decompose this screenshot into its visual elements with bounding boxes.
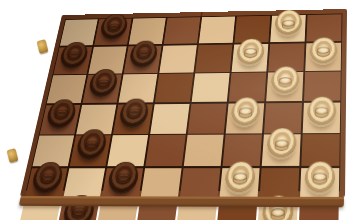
square-r2c6[interactable]: ⛀ <box>231 44 268 72</box>
square-r2c1[interactable]: ⛂ <box>54 46 93 73</box>
square-r4c6[interactable]: ⛀ <box>225 103 264 133</box>
square-r4c8[interactable]: ⛀ <box>302 102 340 133</box>
light-man-piece[interactable]: ⛀ <box>270 66 300 95</box>
square-r4c1[interactable]: ⛂ <box>40 104 81 134</box>
square-r1c4[interactable] <box>163 17 200 44</box>
square-r5c7[interactable]: ⛀ <box>261 134 300 166</box>
square-r2c3[interactable]: ⛂ <box>124 45 162 73</box>
square-r2c4[interactable] <box>159 45 197 73</box>
square-r4c3[interactable]: ⛂ <box>113 104 153 134</box>
square-r5c4[interactable] <box>145 135 186 166</box>
light-man-piece[interactable]: ⛀ <box>236 38 265 66</box>
light-man-piece[interactable]: ⛀ <box>224 161 256 194</box>
dark-man-piece[interactable]: ⛂ <box>99 14 129 40</box>
square-r1c5[interactable] <box>199 16 236 43</box>
square-r3c7[interactable]: ⛀ <box>266 72 304 101</box>
square-r1c7[interactable]: ⛀ <box>270 15 306 42</box>
checkers-board: ⛂⛀⛂⛂⛀⛀⛂⛀⛂⛂⛀⛀⛂⛀⛂⛂⛀⛀⛂⛀⛂⛂⛀⛀ <box>20 9 347 197</box>
square-r3c4[interactable] <box>155 73 194 102</box>
light-man-piece[interactable]: ⛀ <box>304 161 335 194</box>
light-man-piece[interactable]: ⛀ <box>274 10 302 37</box>
square-r2c8[interactable]: ⛀ <box>305 42 341 70</box>
light-man-piece[interactable]: ⛀ <box>309 37 337 65</box>
brass-hinge-upper-icon <box>37 39 49 54</box>
square-r5c5[interactable] <box>184 135 224 166</box>
square-r3c2[interactable]: ⛂ <box>82 74 122 103</box>
brass-hinge-lower-icon <box>7 148 19 163</box>
board-grid: ⛂⛀⛂⛂⛀⛀⛂⛀⛂⛂⛀⛀⛂⛀⛂⛂⛀⛀⛂⛀⛂⛂⛀⛀ <box>26 13 342 191</box>
square-r4c4[interactable] <box>150 103 190 133</box>
square-r2c5[interactable] <box>195 44 233 72</box>
dark-man-piece[interactable]: ⛂ <box>30 161 65 193</box>
square-r3c5[interactable] <box>191 73 229 102</box>
square-r4c5[interactable] <box>188 103 227 133</box>
dark-man-piece[interactable]: ⛂ <box>106 161 140 193</box>
light-man-piece[interactable]: ⛀ <box>266 128 297 159</box>
square-r5c2[interactable]: ⛂ <box>70 135 112 166</box>
board-side-edge <box>19 196 344 207</box>
square-r1c2[interactable]: ⛂ <box>94 19 132 46</box>
checkers-board-photo: ⛂⛀⛂⛂⛀⛀⛂⛀⛂⛂⛀⛀⛂⛀⛂⛂⛀⛀⛂⛀⛂⛂⛀⛀ <box>0 0 360 220</box>
light-man-piece[interactable]: ⛀ <box>230 97 261 127</box>
light-man-piece[interactable]: ⛀ <box>307 96 337 126</box>
